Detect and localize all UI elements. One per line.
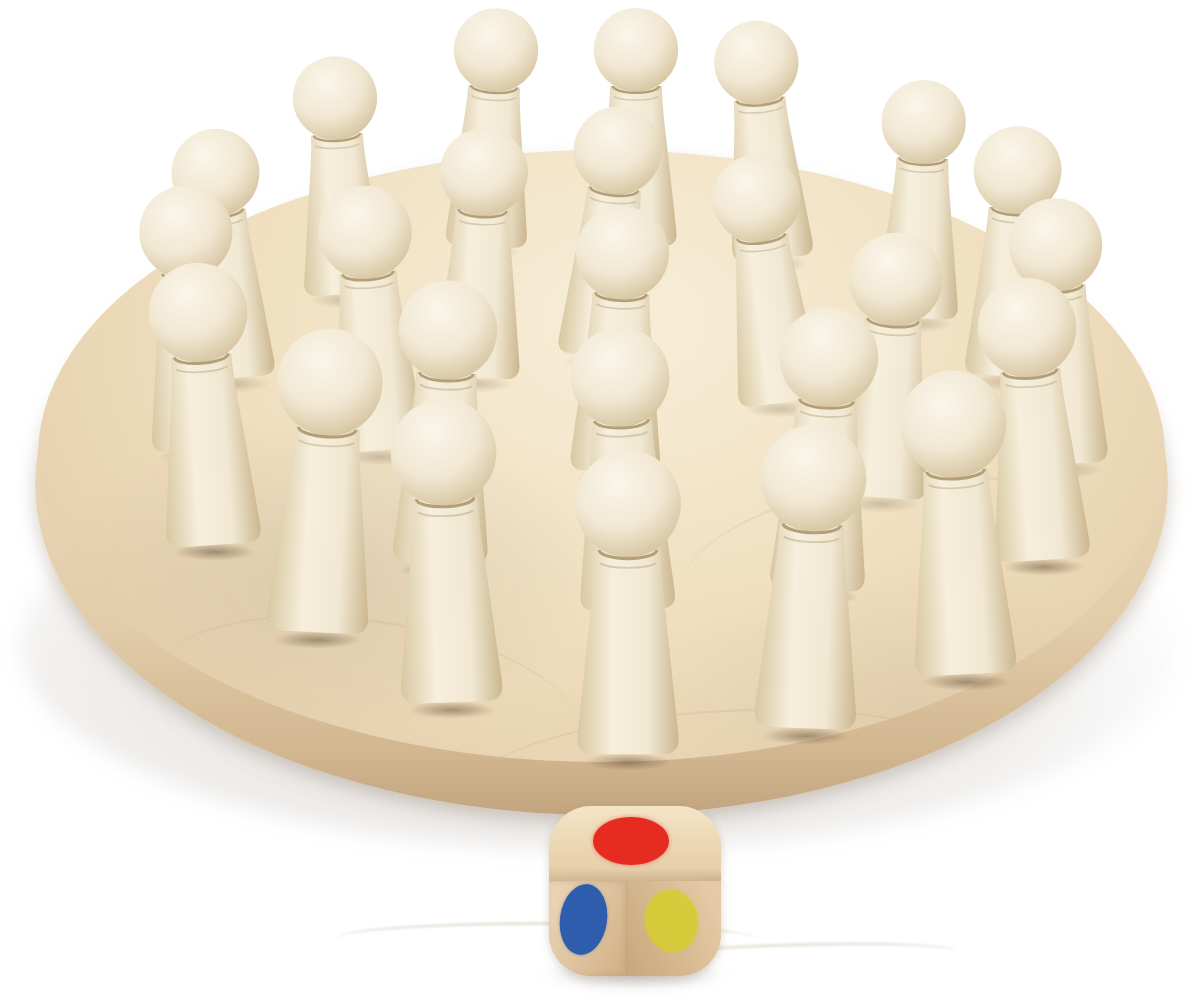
scene	[0, 0, 1200, 1003]
peg-r4c1[interactable]	[139, 257, 271, 558]
peg-r5c1[interactable]	[256, 323, 392, 645]
die-red-dot	[593, 817, 669, 865]
peg-r5c2[interactable]	[382, 394, 513, 714]
peg-r5c4[interactable]	[744, 420, 875, 740]
peg-r5c3[interactable]	[568, 448, 688, 764]
color-die[interactable]	[549, 806, 721, 976]
peg-r5c5[interactable]	[890, 365, 1026, 687]
